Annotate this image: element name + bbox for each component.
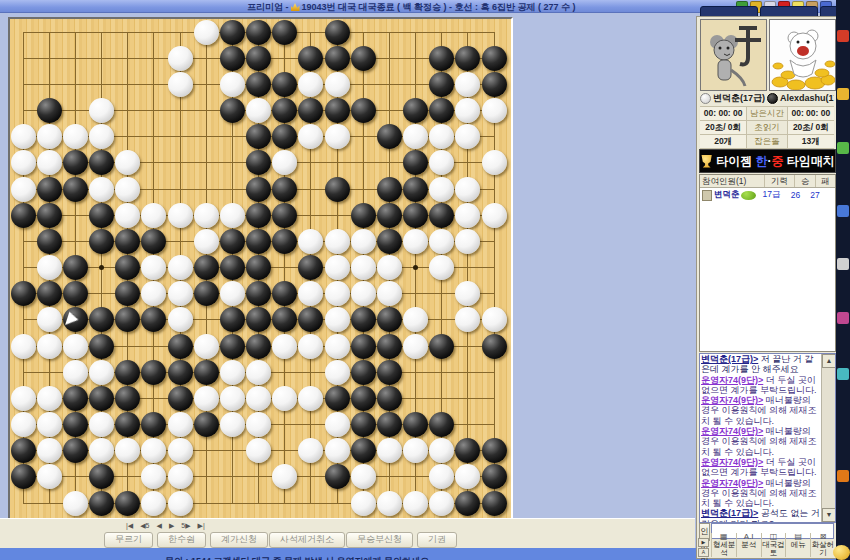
white-stone [325,229,350,254]
white-stone [115,203,140,228]
black-stone [89,229,114,254]
white-stone [168,464,193,489]
game-window: 프리미엄 -19043번 대국 대국종료 ( 백 확정승 ) - 호선 : 흑 … [0,0,850,560]
black-stone [429,203,454,228]
black-player-avatar [769,19,836,91]
thumbs-up-icon [702,190,712,201]
desktop-shortcut-icon[interactable] [837,470,849,482]
white-stone [220,386,245,411]
black-stone [351,46,376,71]
white-stone [37,386,62,411]
black-stone [37,203,62,228]
black-stone [246,20,271,45]
white-stone [272,386,297,411]
black-stone [141,229,166,254]
toolbar-분석[interactable]: A.I분석 [736,533,761,557]
black-stone [351,334,376,359]
white-stone [246,98,271,123]
participant-wins: 26 [786,190,806,200]
black-stone [246,150,271,175]
black-stone [11,464,36,489]
white-stone [429,464,454,489]
clock-label: 초읽기 [746,121,787,134]
white-stone [325,307,350,332]
white-stone [37,464,62,489]
white-stone [168,307,193,332]
chat-sender[interactable]: 운영자74(9단)> [701,457,763,467]
black-stone [115,412,140,437]
game-button-1[interactable]: 무르기 [104,532,153,548]
black-stone [351,360,376,385]
black-stone [115,386,140,411]
window-title: 프리미엄 -19043번 대국 대국종료 ( 백 확정승 ) - 호선 : 흑 … [247,1,576,14]
white-stone [220,203,245,228]
black-stone [246,255,271,280]
black-stone [141,360,166,385]
white-stone [37,412,62,437]
white-stone [325,334,350,359]
black-stone [272,124,297,149]
black-stone [220,307,245,332]
black-stone [325,177,350,202]
white-stone [482,98,507,123]
black-stone [246,72,271,97]
toolbar-label: 분석 [741,540,756,549]
toolbar-label: 화살허기 [812,540,835,557]
black-stone [220,98,245,123]
white-stone [220,281,245,306]
black-stone [429,98,454,123]
white-stone [377,438,402,463]
black-stone [194,412,219,437]
black-stone [89,464,114,489]
black-stone [220,229,245,254]
black-stone [377,177,402,202]
chat-message: 변덕춘(17급)> 공석도 없는 거 같은데 머디 뭐요? [701,508,820,523]
scroll-up-button[interactable]: ▲ [822,354,836,368]
white-stone [11,412,36,437]
desktop-shortcut-icon[interactable] [837,368,849,380]
white-stone [115,150,140,175]
black-stone [272,98,297,123]
white-stone [325,438,350,463]
white-stone [298,281,323,306]
black-stone [89,203,114,228]
white-stone [246,360,271,385]
white-stone [455,177,480,202]
game-button-6[interactable]: 기권 [417,532,457,548]
chat-sender[interactable]: 변덕춘(17급)> [701,354,758,364]
white-stone [377,255,402,280]
col-wins: 승 [795,175,816,187]
black-stone [246,177,271,202]
black-stone [115,307,140,332]
black-clock-value: 13개 [788,135,834,148]
player-names: 변덕춘(17급) Alexdashu(17급) [700,92,834,105]
black-stone [246,46,271,71]
black-stone [298,98,323,123]
black-stone [325,464,350,489]
white-stone [11,124,36,149]
white-stone [429,150,454,175]
white-stone [168,46,193,71]
white-stone [194,20,219,45]
clock-label: 잡은돌 [746,135,787,148]
move-nav-button[interactable]: ▶| [198,522,205,530]
white-stone [351,229,376,254]
white-stone [325,412,350,437]
white-stone [429,255,454,280]
white-stone [455,281,480,306]
black-stone [246,203,271,228]
white-stone [429,491,454,516]
white-stone [351,464,376,489]
white-stone [11,386,36,411]
black-stone-icon [767,93,778,104]
black-stone [429,334,454,359]
coin-icon [833,545,850,560]
white-stone [141,281,166,306]
white-stone [11,334,36,359]
black-stone [246,281,271,306]
white-stone [115,438,140,463]
white-stone [403,491,428,516]
white-stone [377,281,402,306]
black-stone [482,72,507,97]
black-stone [246,229,271,254]
white-stone [429,229,454,254]
status-strip-text: 문의 : 1544 고객센터 대국 중 문제 발생 시 운영자에게 문의하세요 [165,555,429,560]
black-stone [377,386,402,411]
black-stone [272,229,297,254]
white-stone [351,281,376,306]
desktop-shortcut-icon[interactable] [837,312,849,324]
white-stone [246,412,271,437]
toolbar-메뉴[interactable]: ▤메뉴 [785,533,810,557]
game-action-buttons: 무르기한수쉼계가신청사석제거취소무승부신청기권 [104,532,461,548]
white-stone [455,98,480,123]
chat-sender[interactable]: 운영자74(9단)> [701,375,763,385]
white-stone [455,464,480,489]
white-stone [63,360,88,385]
chat-scrollbar[interactable]: ▲ ▼ [821,354,835,522]
white-stone [455,307,480,332]
black-stone [63,255,88,280]
chat-sender[interactable]: 운영자74(9단)> [701,395,763,405]
black-stone [351,438,376,463]
white-stone [89,98,114,123]
black-stone [115,255,140,280]
black-stone [63,386,88,411]
white-clock-value: 20개 [700,135,746,148]
move-nav-button[interactable]: 5▶ [181,522,190,530]
chat-message: 변덕춘(17급)> 저 끝난 거 같은데 계가를 안 해주세요 [701,354,820,375]
black-stone [11,438,36,463]
participant-rank: 17급 [758,189,786,201]
white-stone [272,464,297,489]
black-stone [482,334,507,359]
desktop-strip [836,0,850,560]
black-stone [194,255,219,280]
white-stone [298,438,323,463]
toolbar-화살허기[interactable]: ⊠화살허기 [810,533,835,557]
chat-message: 운영자74(9단)> 매너불량의 경우 이용원칙에 의해 제재조치 될 수 있습… [701,395,820,426]
black-stone [482,464,507,489]
white-stone [194,386,219,411]
white-stone [168,203,193,228]
white-stone [11,150,36,175]
clock-row-0: 00: 00: 00남은시간00: 00: 00 [700,107,834,121]
game-button-4[interactable]: 사석제거취소 [269,532,345,548]
black-stone [63,150,88,175]
black-stone [377,307,402,332]
black-stone [141,412,166,437]
banner-word: 중 [772,154,784,168]
white-stone [141,255,166,280]
egg-icon [741,191,756,200]
white-stone [403,334,428,359]
go-board-grid [10,19,511,520]
black-stone [89,150,114,175]
white-stone [63,334,88,359]
black-stone [11,281,36,306]
black-stone [272,203,297,228]
chat-message: 운영자74(9단)> 더 두실 곳이 없으면 계가를 부탁드립니다. [701,457,820,478]
white-stone [11,177,36,202]
white-player-avatar [700,19,767,91]
toolbar-buttons: ▦형세분석A.I분석◫대국검토▤메뉴⊠화살허기 [711,533,835,557]
black-stone [377,124,402,149]
white-stone [141,203,166,228]
game-button-3[interactable]: 계가신청 [210,532,268,548]
white-stone [429,124,454,149]
white-stone [63,124,88,149]
black-stone [377,229,402,254]
black-stone [220,20,245,45]
white-stone-icon [700,93,711,104]
white-stone [325,255,350,280]
black-stone [298,255,323,280]
toolbar-label: 형세분석 [713,540,736,557]
white-stone [37,255,62,280]
event-banner: 타이젬 한·중 타임매치 [699,149,836,173]
col-losses: 패 [816,175,835,187]
white-stone [403,438,428,463]
chat-sender[interactable]: 운영자74(9단)> [701,478,763,488]
white-stone [194,334,219,359]
white-stone [298,334,323,359]
banner-word: 타이젬 [716,154,755,168]
clock-panel: 00: 00: 00남은시간00: 00: 0020초/ 0회초읽기20초/ 0… [700,106,834,149]
white-stone [89,177,114,202]
desktop-shortcut-icon[interactable] [837,205,849,217]
black-stone [272,281,297,306]
white-stone [403,229,428,254]
black-stone [63,177,88,202]
black-stone [325,98,350,123]
black-stone [194,281,219,306]
white-stone [325,124,350,149]
toolbar-형세분석[interactable]: ▦형세분석 [711,533,736,557]
white-stone [455,203,480,228]
black-stone [37,281,62,306]
scroll-down-button[interactable]: ▼ [822,508,836,522]
mini-button[interactable]: ▶ [698,538,709,547]
white-stone [403,124,428,149]
white-stone [272,334,297,359]
white-stone [194,229,219,254]
black-stone [89,334,114,359]
star-point [413,265,418,270]
black-stone [403,177,428,202]
black-stone [168,334,193,359]
black-clock-value: 20초/ 0회 [788,121,834,134]
black-stone [115,491,140,516]
white-stone [220,72,245,97]
move-nav-button[interactable]: ◀ [156,522,161,530]
desktop-shortcut-icon[interactable] [837,258,849,270]
desktop-shortcut-icon[interactable] [837,88,849,100]
chat-sender[interactable]: 변덕춘(17급)> [701,508,758,518]
white-stone [141,438,166,463]
participant-rows: 변덕춘17급2627 [700,188,835,202]
white-stone [351,255,376,280]
black-stone [115,360,140,385]
move-navigation: |◀◀5◀▶5▶▶| [126,522,205,530]
white-stone [37,438,62,463]
white-stone [37,334,62,359]
black-stone [11,203,36,228]
black-stone [272,20,297,45]
mini-buttons: ▶A [698,538,709,557]
toolbar-대국검토[interactable]: ◫대국검토 [761,533,786,557]
white-stone [298,72,323,97]
white-stone [298,229,323,254]
desktop-shortcut-icon[interactable] [837,142,849,154]
black-stone [403,203,428,228]
participant-name: 변덕춘 [714,189,740,201]
black-stone [272,307,297,332]
black-stone [325,386,350,411]
white-stone [168,281,193,306]
black-stone [429,72,454,97]
clock-label: 남은시간 [746,107,787,120]
black-stone [37,177,62,202]
white-stone [115,177,140,202]
banner-word: 한 [756,154,768,168]
white-stone [168,438,193,463]
black-stone [63,412,88,437]
black-stone [298,307,323,332]
white-stone [482,150,507,175]
game-button-2[interactable]: 한수쉼 [157,532,206,548]
participant-losses: 27 [806,190,825,200]
white-stone [168,72,193,97]
white-stone [37,124,62,149]
white-stone [141,464,166,489]
white-stone [403,307,428,332]
white-stone [377,491,402,516]
participant-list-header: 참여인원(1) 기력 승 패 [700,175,835,188]
toolbar-label: 대국검토 [762,540,785,557]
white-stone [429,438,454,463]
white-stone [455,229,480,254]
black-stone [168,360,193,385]
move-nav-button[interactable]: ▶ [169,522,174,530]
black-stone [482,46,507,71]
white-stone [246,438,271,463]
chat-message: 운영자74(9단)> 매너불량의 경우 이용원칙에 의해 제재조치 될 수 있습… [701,478,820,509]
chat-message: 운영자74(9단)> 매너불량의 경우 이용원칙에 의해 제재조치 될 수 있습… [701,426,820,457]
desktop-shortcut-icon[interactable] [837,30,849,42]
black-stone [351,386,376,411]
black-stone [429,46,454,71]
white-stone [455,72,480,97]
game-button-5[interactable]: 무승부신청 [346,532,413,548]
black-player-name: Alexdashu(17급) [780,92,834,105]
chat-message: 운영자74(9단)> 더 두실 곳이 없으면 계가를 부탁드립니다. [701,375,820,396]
participant-row[interactable]: 변덕춘17급2627 [700,188,835,202]
crown-icon [291,3,300,11]
toolbar-label: 메뉴 [791,540,806,549]
black-stone [377,412,402,437]
white-stone [194,203,219,228]
black-stone [455,491,480,516]
white-stone [272,150,297,175]
white-stone [89,124,114,149]
white-stone [325,281,350,306]
white-stone [220,412,245,437]
black-stone [325,46,350,71]
star-point [99,265,104,270]
black-stone [194,360,219,385]
black-stone [455,438,480,463]
white-stone [325,360,350,385]
white-stone [168,491,193,516]
black-stone [351,98,376,123]
black-stone [351,307,376,332]
mini-button[interactable]: A [698,548,709,557]
black-stone [482,491,507,516]
chat-area[interactable]: 변덕춘(17급)> 저 끝난 거 같은데 계가를 안 해주세요운영자74(9단)… [699,353,836,523]
white-stone [429,177,454,202]
white-stone [63,491,88,516]
black-stone [272,72,297,97]
black-stone [246,307,271,332]
black-stone [482,438,507,463]
move-nav-button[interactable]: ◀5 [140,522,149,530]
black-stone [325,20,350,45]
white-stone [37,150,62,175]
white-stone [141,491,166,516]
black-stone [220,46,245,71]
clock-row-1: 20초/ 0회초읽기20초/ 0회 [700,121,834,135]
black-stone [63,281,88,306]
black-stone [89,386,114,411]
col-rank: 기력 [765,175,796,187]
banner-word: 타임매치 [784,154,835,168]
black-stone [89,307,114,332]
move-nav-button[interactable]: |◀ [126,522,133,530]
black-stone [429,412,454,437]
right-toolbar: ▶A ▦형세분석A.I분석◫대국검토▤메뉴⊠화살허기 [698,541,835,557]
participant-list[interactable]: 참여인원(1) 기력 승 패 변덕춘17급2627 [699,174,836,352]
chat-sender[interactable]: 운영자74(9단)> [701,426,763,436]
go-board[interactable] [8,17,513,522]
white-stone [298,386,323,411]
black-stone [403,412,428,437]
black-stone [168,386,193,411]
